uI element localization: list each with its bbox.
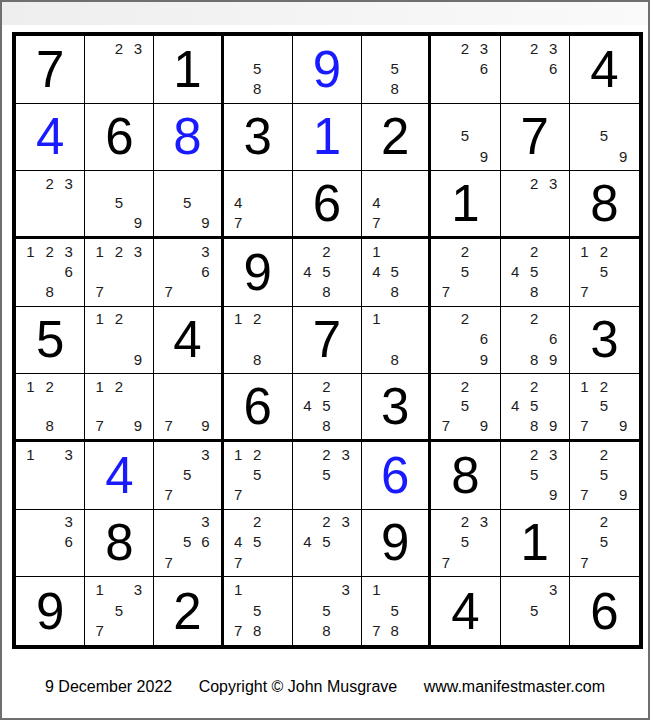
candidate-8 [178, 484, 196, 504]
candidate-4 [90, 193, 109, 213]
candidate-7: 7 [229, 552, 248, 572]
cell-r6c1[interactable]: 128 [16, 374, 85, 442]
candidate-2: 2 [317, 376, 336, 396]
cell-r7c3[interactable]: 357 [154, 442, 223, 510]
pencil-marks: 2357 [431, 510, 499, 577]
pencil-marks: 128 [224, 307, 292, 374]
candidate-2 [525, 579, 544, 600]
cell-r7c5[interactable]: 235 [293, 442, 362, 510]
candidate-1: 1 [575, 376, 594, 396]
sudoku-board: 7231589582362364468312597592359594764712… [12, 32, 643, 649]
cell-r5c8[interactable]: 2689 [501, 307, 570, 375]
candidate-5: 5 [455, 261, 474, 281]
candidate-9 [474, 552, 493, 572]
candidate-4 [229, 58, 248, 78]
candidate-3: 3 [336, 512, 355, 532]
cell-r2c3[interactable]: 8 [154, 104, 223, 172]
cell-r6c2[interactable]: 1279 [85, 374, 154, 442]
candidate-9 [196, 281, 214, 301]
candidate-9 [128, 78, 147, 98]
candidate-6 [128, 396, 147, 416]
pencil-marks: 2457 [224, 510, 292, 577]
candidate-8: 8 [248, 78, 267, 98]
candidate-7 [436, 78, 455, 98]
candidate-9: 9 [544, 484, 563, 504]
candidate-3: 3 [336, 444, 355, 464]
candidate-1 [575, 444, 594, 464]
candidate-7: 7 [159, 552, 177, 572]
candidate-1 [21, 173, 40, 193]
candidate-1: 1 [229, 444, 248, 464]
candidate-5 [109, 58, 128, 78]
cell-r9c6[interactable]: 1578 [362, 577, 431, 645]
candidate-3: 3 [544, 38, 563, 58]
candidate-4: 4 [229, 532, 248, 552]
candidate-1 [367, 38, 385, 58]
cell-r7c1[interactable]: 13 [16, 442, 85, 510]
candidate-6 [267, 600, 286, 621]
given-digit: 5 [36, 314, 64, 365]
pencil-marks: 128 [16, 374, 84, 439]
given-digit: 4 [451, 586, 479, 637]
cell-r9c7[interactable]: 4 [431, 577, 500, 645]
cell-r3c3[interactable]: 59 [154, 171, 223, 239]
candidate-6: 6 [474, 329, 493, 349]
top-band [2, 2, 648, 25]
solved-digit: 4 [36, 111, 64, 162]
cell-r1c7[interactable]: 236 [431, 36, 500, 104]
candidate-5: 5 [525, 261, 544, 281]
candidate-1: 1 [90, 309, 109, 329]
candidate-6 [336, 464, 355, 484]
candidate-2: 2 [525, 376, 544, 396]
pencil-marks: 1578 [362, 577, 428, 645]
cell-r1c5[interactable]: 9 [293, 36, 362, 104]
candidate-3: 3 [196, 241, 214, 261]
candidate-1 [436, 512, 455, 532]
pencil-marks: 2458 [293, 374, 361, 439]
cell-r7c7[interactable]: 8 [431, 442, 500, 510]
cell-r6c9[interactable]: 12579 [570, 374, 639, 442]
given-digit: 8 [451, 450, 479, 501]
candidate-3 [128, 309, 147, 329]
cell-r2c7[interactable]: 59 [431, 104, 500, 172]
candidate-3 [267, 173, 286, 193]
candidate-2: 2 [455, 38, 474, 58]
candidate-2 [248, 173, 267, 193]
candidate-8: 8 [386, 620, 404, 641]
pencil-marks: 59 [570, 104, 639, 171]
candidate-3: 3 [128, 241, 147, 261]
candidate-5 [525, 193, 544, 213]
cell-r5c1[interactable]: 5 [16, 307, 85, 375]
candidate-2: 2 [525, 241, 544, 261]
candidate-2: 2 [109, 309, 128, 329]
cell-r5c4[interactable]: 128 [224, 307, 293, 375]
candidate-5 [525, 329, 544, 349]
candidate-1 [506, 376, 525, 396]
candidate-7 [298, 415, 317, 435]
cell-r5c3[interactable]: 4 [154, 307, 223, 375]
candidate-7 [506, 281, 525, 301]
cell-r3c7[interactable]: 1 [431, 171, 500, 239]
cell-r5c6[interactable]: 18 [362, 307, 431, 375]
candidate-2 [109, 579, 128, 600]
candidate-4 [298, 464, 317, 484]
candidate-6 [336, 600, 355, 621]
candidate-7 [575, 146, 594, 166]
candidate-5 [40, 193, 59, 213]
cell-r3c1[interactable]: 23 [16, 171, 85, 239]
cell-r7c8[interactable]: 2359 [501, 442, 570, 510]
candidate-5 [40, 464, 59, 484]
cell-r6c4[interactable]: 6 [224, 374, 293, 442]
candidate-1: 1 [367, 309, 385, 329]
cell-r9c3[interactable]: 2 [154, 577, 223, 645]
cell-r4c2[interactable]: 1237 [85, 239, 154, 307]
cell-r5c9[interactable]: 3 [570, 307, 639, 375]
candidate-3 [267, 309, 286, 329]
given-digit: 3 [244, 111, 272, 162]
candidate-1 [298, 444, 317, 464]
cell-r4c4[interactable]: 9 [224, 239, 293, 307]
candidate-6: 6 [59, 532, 78, 552]
cell-r8c4[interactable]: 2457 [224, 510, 293, 578]
candidate-9: 9 [128, 415, 147, 435]
pencil-marks: 2359 [501, 442, 569, 509]
pencil-marks: 58 [224, 36, 292, 103]
candidate-8 [317, 484, 336, 504]
candidate-6 [614, 396, 633, 416]
cell-r1c9[interactable]: 4 [570, 36, 639, 104]
candidate-7 [229, 78, 248, 98]
candidate-1 [436, 309, 455, 329]
candidate-5 [455, 329, 474, 349]
pencil-marks: 1357 [85, 577, 153, 645]
candidate-8 [248, 552, 267, 572]
candidate-7 [90, 212, 109, 232]
given-digit: 7 [313, 314, 341, 365]
candidate-3: 3 [59, 444, 78, 464]
candidate-4 [436, 329, 455, 349]
candidate-8 [594, 415, 613, 435]
candidate-8 [109, 281, 128, 301]
pencil-marks: 236 [431, 36, 499, 103]
candidate-4 [159, 193, 177, 213]
given-digit: 6 [590, 586, 618, 637]
cell-r4c1[interactable]: 12368 [16, 239, 85, 307]
candidate-3 [614, 376, 633, 396]
candidate-6 [544, 396, 563, 416]
cell-r3c2[interactable]: 59 [85, 171, 154, 239]
candidate-1 [229, 512, 248, 532]
candidate-4: 4 [298, 396, 317, 416]
pencil-marks: 18 [362, 307, 428, 374]
candidate-9 [59, 281, 78, 301]
candidate-6 [336, 261, 355, 281]
cell-r1c3[interactable]: 1 [154, 36, 223, 104]
cell-r9c1[interactable]: 9 [16, 577, 85, 645]
given-digit: 9 [36, 586, 64, 637]
candidate-3 [336, 376, 355, 396]
candidate-9 [267, 349, 286, 369]
footer-website: www.manifestmaster.com [424, 678, 605, 695]
cell-r8c7[interactable]: 2357 [431, 510, 500, 578]
cell-r1c8[interactable]: 236 [501, 36, 570, 104]
pencil-marks: 12579 [570, 374, 639, 439]
cell-r9c4[interactable]: 1578 [224, 577, 293, 645]
cell-r5c7[interactable]: 269 [431, 307, 500, 375]
candidate-4: 4 [506, 396, 525, 416]
candidate-5: 5 [594, 532, 613, 552]
cell-r1c6[interactable]: 58 [362, 36, 431, 104]
candidate-9: 9 [474, 415, 493, 435]
candidate-8 [594, 281, 613, 301]
cell-r8c9[interactable]: 257 [570, 510, 639, 578]
candidate-4: 4 [506, 261, 525, 281]
candidate-8: 8 [248, 620, 267, 641]
cell-r2c9[interactable]: 59 [570, 104, 639, 172]
pencil-marks: 59 [431, 104, 499, 171]
candidate-4 [21, 193, 40, 213]
candidate-9: 9 [128, 349, 147, 369]
cell-r8c5[interactable]: 2345 [293, 510, 362, 578]
cell-r2c4[interactable]: 3 [224, 104, 293, 172]
candidate-5 [178, 396, 196, 416]
pencil-marks: 1458 [362, 239, 428, 306]
cell-r2c5[interactable]: 1 [293, 104, 362, 172]
candidate-4 [436, 58, 455, 78]
cell-r3c6[interactable]: 47 [362, 171, 431, 239]
cell-r2c8[interactable]: 7 [501, 104, 570, 172]
footer-copyright: Copyright © John Musgrave [199, 678, 398, 695]
cell-r6c5[interactable]: 2458 [293, 374, 362, 442]
cell-r6c6[interactable]: 3 [362, 374, 431, 442]
pencil-marks: 3567 [154, 510, 220, 577]
cell-r2c2[interactable]: 6 [85, 104, 154, 172]
cell-r6c8[interactable]: 24589 [501, 374, 570, 442]
candidate-7 [21, 415, 40, 435]
candidate-3: 3 [196, 444, 214, 464]
candidate-5: 5 [178, 464, 196, 484]
candidate-7 [506, 212, 525, 232]
candidate-2: 2 [525, 38, 544, 58]
pencil-marks: 47 [362, 171, 428, 236]
candidate-8: 8 [317, 620, 336, 641]
candidate-8 [525, 212, 544, 232]
candidate-5 [40, 396, 59, 416]
cell-r4c5[interactable]: 2458 [293, 239, 362, 307]
given-digit: 1 [173, 44, 201, 95]
cell-r6c3[interactable]: 79 [154, 374, 223, 442]
candidate-2: 2 [248, 512, 267, 532]
candidate-5 [40, 532, 59, 552]
cell-r4c8[interactable]: 2458 [501, 239, 570, 307]
cell-r4c6[interactable]: 1458 [362, 239, 431, 307]
pencil-marks: 2689 [501, 307, 569, 374]
pencil-marks: 58 [362, 36, 428, 103]
candidate-5: 5 [455, 532, 474, 552]
candidate-6 [544, 600, 563, 621]
candidate-7: 7 [159, 415, 177, 435]
given-digit: 9 [381, 517, 409, 568]
candidate-5: 5 [317, 600, 336, 621]
candidate-7: 7 [436, 552, 455, 572]
candidate-9: 9 [614, 146, 633, 166]
candidate-7: 7 [367, 620, 385, 641]
candidate-6: 6 [544, 329, 563, 349]
candidate-6 [196, 464, 214, 484]
candidate-8 [525, 620, 544, 641]
candidate-1 [575, 512, 594, 532]
cell-r7c9[interactable]: 2579 [570, 442, 639, 510]
candidate-6 [474, 126, 493, 146]
cell-r9c2[interactable]: 1357 [85, 577, 154, 645]
solved-digit: 4 [105, 450, 133, 501]
pencil-marks: 2458 [501, 239, 569, 306]
solved-digit: 1 [313, 111, 341, 162]
cell-r8c2[interactable]: 8 [85, 510, 154, 578]
pencil-marks: 129 [85, 307, 153, 374]
candidate-2: 2 [455, 309, 474, 329]
candidate-7: 7 [229, 212, 248, 232]
cell-r7c6[interactable]: 6 [362, 442, 431, 510]
cell-r8c1[interactable]: 36 [16, 510, 85, 578]
candidate-1 [159, 241, 177, 261]
candidate-7: 7 [90, 620, 109, 641]
cell-r1c2[interactable]: 23 [85, 36, 154, 104]
cell-r9c9[interactable]: 6 [570, 577, 639, 645]
candidate-7 [506, 620, 525, 641]
cell-r3c9[interactable]: 8 [570, 171, 639, 239]
cell-r2c6[interactable]: 2 [362, 104, 431, 172]
cell-r8c6[interactable]: 9 [362, 510, 431, 578]
candidate-9 [474, 281, 493, 301]
candidate-6 [614, 464, 633, 484]
candidate-4 [159, 464, 177, 484]
pencil-marks: 236 [501, 36, 569, 103]
cell-r9c5[interactable]: 358 [293, 577, 362, 645]
candidate-9: 9 [474, 146, 493, 166]
candidate-5 [525, 58, 544, 78]
cell-r5c5[interactable]: 7 [293, 307, 362, 375]
cell-r3c5[interactable]: 6 [293, 171, 362, 239]
solved-digit: 6 [381, 450, 409, 501]
candidate-2 [386, 579, 404, 600]
candidate-8 [455, 146, 474, 166]
candidate-1 [298, 579, 317, 600]
candidate-2: 2 [317, 444, 336, 464]
cell-r3c4[interactable]: 47 [224, 171, 293, 239]
candidate-3 [267, 512, 286, 532]
cell-r5c2[interactable]: 129 [85, 307, 154, 375]
candidate-6 [128, 600, 147, 621]
candidate-6 [336, 532, 355, 552]
candidate-6 [614, 126, 633, 146]
footer: 9 December 2022 Copyright © John Musgrav… [45, 678, 605, 696]
pencil-marks: 2345 [293, 510, 361, 577]
candidate-4 [575, 261, 594, 281]
candidate-7 [159, 212, 177, 232]
cell-r8c8[interactable]: 1 [501, 510, 570, 578]
candidate-4: 4 [367, 193, 385, 213]
cell-r9c8[interactable]: 35 [501, 577, 570, 645]
candidate-2 [40, 444, 59, 464]
candidate-9 [336, 484, 355, 504]
cell-r4c9[interactable]: 1257 [570, 239, 639, 307]
candidate-8: 8 [248, 349, 267, 369]
candidate-8 [40, 484, 59, 504]
candidate-2 [455, 106, 474, 126]
candidate-5: 5 [386, 261, 404, 281]
candidate-1 [506, 241, 525, 261]
pencil-marks: 2579 [431, 374, 499, 439]
candidate-6: 6 [59, 261, 78, 281]
candidate-1: 1 [90, 376, 109, 396]
candidate-5 [248, 193, 267, 213]
pencil-marks: 367 [154, 239, 220, 306]
candidate-7: 7 [159, 484, 177, 504]
candidate-3: 3 [128, 579, 147, 600]
pencil-marks: 257 [431, 239, 499, 306]
candidate-4 [159, 261, 177, 281]
candidate-4: 4 [367, 261, 385, 281]
cell-r8c3[interactable]: 3567 [154, 510, 223, 578]
candidate-6 [267, 329, 286, 349]
candidate-2: 2 [109, 241, 128, 261]
candidate-5: 5 [525, 600, 544, 621]
cell-r4c3[interactable]: 367 [154, 239, 223, 307]
candidate-8: 8 [386, 78, 404, 98]
cell-r4c7[interactable]: 257 [431, 239, 500, 307]
pencil-marks: 59 [85, 171, 153, 236]
cell-r7c4[interactable]: 1257 [224, 442, 293, 510]
candidate-1: 1 [229, 579, 248, 600]
cell-r6c7[interactable]: 2579 [431, 374, 500, 442]
cell-r1c1[interactable]: 7 [16, 36, 85, 104]
candidate-2: 2 [455, 512, 474, 532]
cell-r7c2[interactable]: 4 [85, 442, 154, 510]
candidate-4 [367, 600, 385, 621]
pencil-marks: 1257 [224, 442, 292, 509]
cell-r3c8[interactable]: 23 [501, 171, 570, 239]
candidate-7 [21, 484, 40, 504]
candidate-5: 5 [317, 464, 336, 484]
candidate-9: 9 [196, 415, 214, 435]
candidate-2: 2 [248, 309, 267, 329]
given-digit: 1 [451, 178, 479, 229]
candidate-6 [474, 532, 493, 552]
candidate-5: 5 [317, 532, 336, 552]
candidate-5: 5 [455, 126, 474, 146]
candidate-8: 8 [525, 415, 544, 435]
candidate-2: 2 [40, 173, 59, 193]
candidate-6 [404, 329, 422, 349]
candidate-6 [59, 193, 78, 213]
candidate-5: 5 [386, 600, 404, 621]
candidate-3 [474, 376, 493, 396]
candidate-7: 7 [575, 281, 594, 301]
candidate-6 [128, 261, 147, 281]
cell-r1c4[interactable]: 58 [224, 36, 293, 104]
cell-r2c1[interactable]: 4 [16, 104, 85, 172]
given-digit: 2 [173, 586, 201, 637]
candidate-4 [575, 126, 594, 146]
candidate-8: 8 [386, 281, 404, 301]
pencil-marks: 1578 [224, 577, 292, 645]
footer-date: 9 December 2022 [45, 678, 172, 695]
candidate-9 [59, 212, 78, 232]
